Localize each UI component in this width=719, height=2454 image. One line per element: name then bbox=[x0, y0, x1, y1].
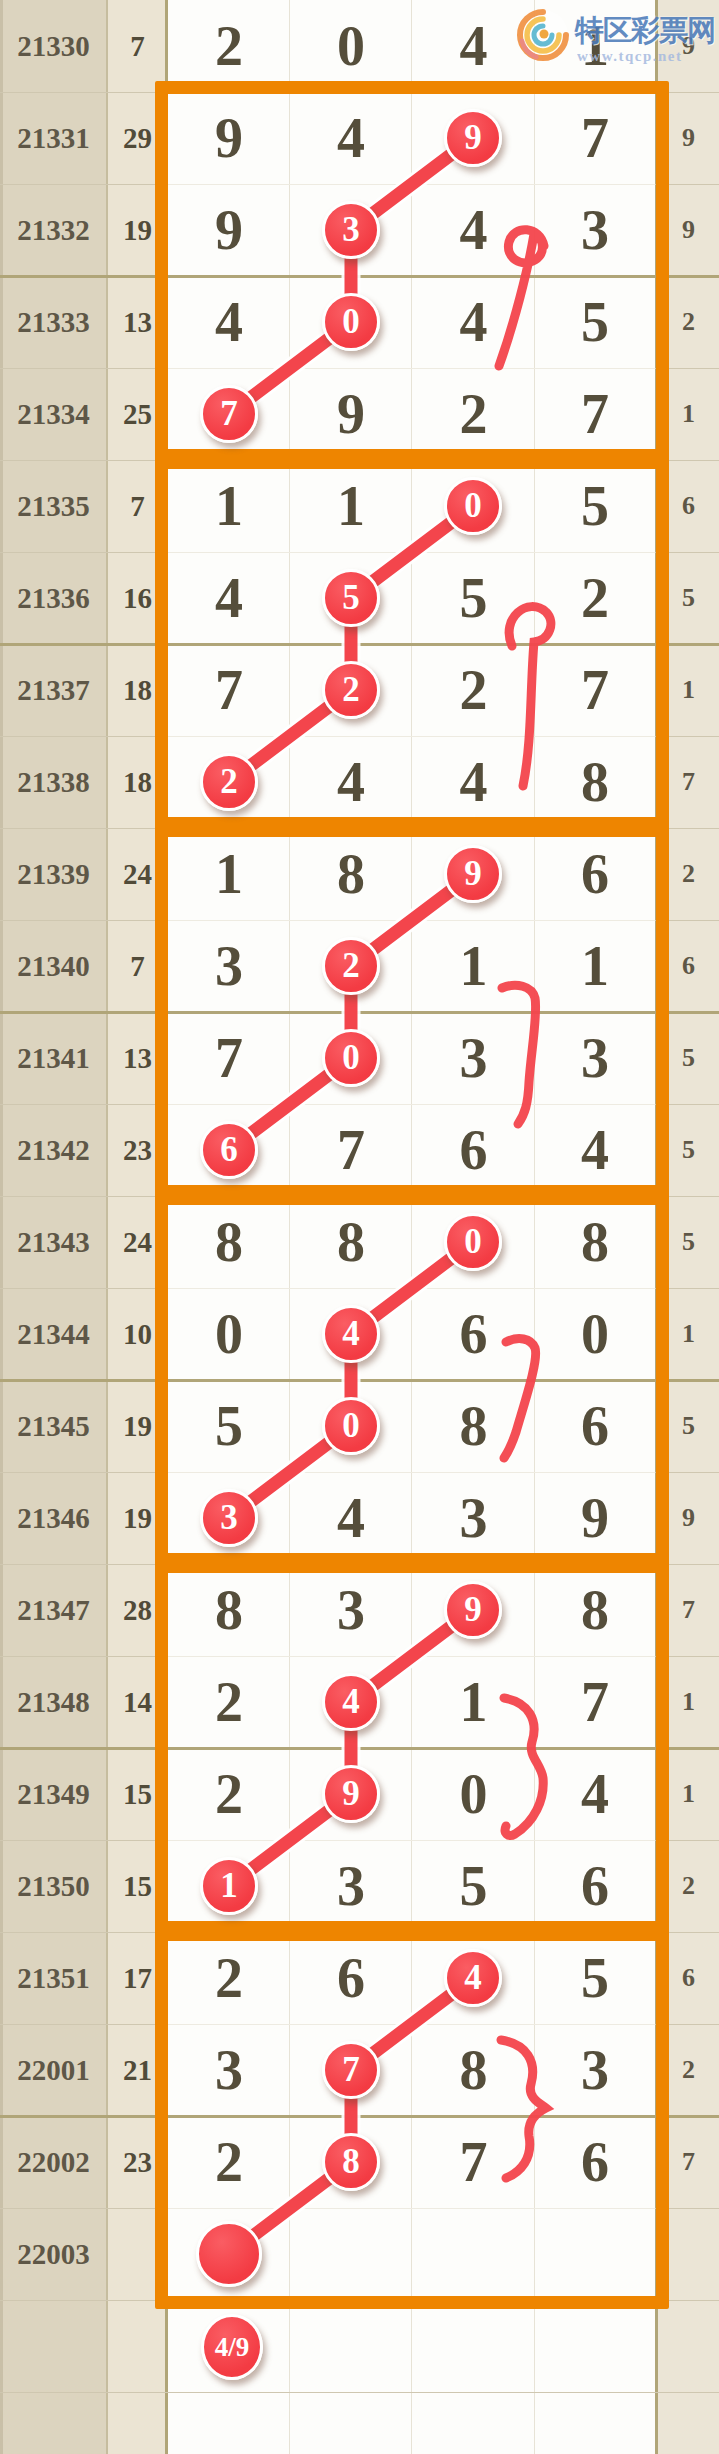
circled-digit-mark: 0 bbox=[322, 293, 380, 351]
logo-swirl-icon bbox=[516, 8, 570, 62]
trend-line bbox=[229, 506, 473, 782]
circled-digit-mark: 8 bbox=[322, 2133, 380, 2191]
site-watermark: 特区彩票网 www.tqcp.net bbox=[510, 6, 719, 68]
circled-digit-mark: 6 bbox=[200, 1121, 258, 1179]
circled-digit-mark: 7 bbox=[200, 385, 258, 443]
squiggle-annotation bbox=[504, 1339, 536, 1458]
pending-dot-mark bbox=[196, 2221, 262, 2287]
ratio-badge: 4/9 bbox=[201, 2314, 263, 2380]
trend-line bbox=[229, 138, 473, 414]
site-name: 特区彩票网 bbox=[575, 11, 715, 51]
squiggle-annotation bbox=[504, 1698, 543, 1835]
circled-digit-mark: 5 bbox=[322, 569, 380, 627]
lottery-trend-chart: 2133072041921331299479213321994392133313… bbox=[0, 0, 719, 2454]
circled-digit-mark: 7 bbox=[322, 2041, 380, 2099]
circled-digit-mark: 3 bbox=[200, 1489, 258, 1547]
circled-digit-mark: 9 bbox=[322, 1765, 380, 1823]
squiggle-annotation bbox=[502, 985, 536, 1124]
circled-digit-mark: 2 bbox=[322, 937, 380, 995]
circled-digit-mark: 1 bbox=[200, 1857, 258, 1915]
trend-line bbox=[229, 1242, 473, 1518]
squiggle-annotation bbox=[501, 2040, 546, 2178]
trend-line bbox=[229, 1610, 473, 1886]
circled-digit-mark: 9 bbox=[444, 1581, 502, 1639]
circled-digit-mark: 4 bbox=[444, 1949, 502, 2007]
circled-digit-mark: 2 bbox=[322, 661, 380, 719]
circled-digit-mark: 0 bbox=[444, 1213, 502, 1271]
circled-digit-mark: 2 bbox=[200, 753, 258, 811]
trend-line bbox=[229, 1978, 473, 2254]
trend-line bbox=[229, 874, 473, 1150]
circled-digit-mark: 4 bbox=[322, 1673, 380, 1731]
squiggle-annotation bbox=[509, 607, 551, 786]
circled-digit-mark: 9 bbox=[444, 845, 502, 903]
circled-digit-mark: 0 bbox=[444, 477, 502, 535]
circled-digit-mark: 4 bbox=[322, 1305, 380, 1363]
circled-digit-mark: 3 bbox=[322, 201, 380, 259]
circled-digit-mark: 0 bbox=[322, 1397, 380, 1455]
site-url: www.tqcp.net bbox=[577, 48, 683, 65]
squiggle-annotation bbox=[499, 230, 544, 366]
circled-digit-mark: 9 bbox=[444, 109, 502, 167]
circled-digit-mark: 0 bbox=[322, 1029, 380, 1087]
